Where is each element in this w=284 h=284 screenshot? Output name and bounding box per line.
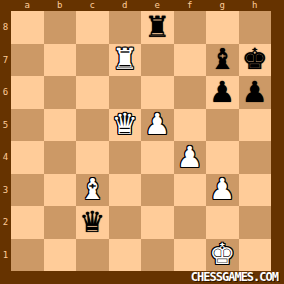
square-f7 (174, 44, 207, 77)
rank-label-5: 5 (0, 109, 11, 142)
square-b7 (44, 44, 77, 77)
rank-label-8: 8 (0, 11, 11, 44)
square-g6: ♟ (206, 76, 239, 109)
piece-white-pawn-g3: ♟ (209, 175, 235, 204)
square-c8 (76, 11, 109, 44)
rank-labels: 87654321 (0, 11, 11, 271)
square-g8 (206, 11, 239, 44)
square-c1 (76, 239, 109, 272)
square-e8: ♜ (141, 11, 174, 44)
square-f3 (174, 174, 207, 207)
rank-label-1: 1 (0, 239, 11, 272)
square-d6 (109, 76, 142, 109)
square-g7: ♝ (206, 44, 239, 77)
square-d4 (109, 141, 142, 174)
square-e5: ♟ (141, 109, 174, 142)
square-f8 (174, 11, 207, 44)
piece-black-queen-c2: ♛ (79, 208, 105, 237)
rank-label-3: 3 (0, 174, 11, 207)
file-label-b: b (44, 0, 77, 11)
rank-label-7: 7 (0, 44, 11, 77)
file-labels: abcdefgh (11, 0, 271, 11)
piece-black-rook-e8: ♜ (144, 13, 170, 42)
site-credit-label: CHESSGAMES.COM (191, 271, 278, 284)
square-a8 (11, 11, 44, 44)
file-label-g: g (206, 0, 239, 11)
piece-white-king-g1: ♚ (209, 240, 235, 269)
square-b2 (44, 206, 77, 239)
square-e4 (141, 141, 174, 174)
square-b8 (44, 11, 77, 44)
square-d3 (109, 174, 142, 207)
square-g3: ♟ (206, 174, 239, 207)
square-g5 (206, 109, 239, 142)
square-d2 (109, 206, 142, 239)
piece-white-rook-d7: ♜ (112, 45, 138, 74)
rank-label-2: 2 (0, 206, 11, 239)
square-c6 (76, 76, 109, 109)
square-b3 (44, 174, 77, 207)
square-e1 (141, 239, 174, 272)
square-g1: ♚ (206, 239, 239, 272)
piece-black-king-h7: ♚ (242, 45, 268, 74)
chess-diagram: abcdefgh 87654321 ♜♜♝♚♟♟♛♟♟♝♟♛♚ CHESSGAM… (0, 0, 284, 284)
file-label-c: c (76, 0, 109, 11)
square-a2 (11, 206, 44, 239)
piece-black-pawn-g6: ♟ (209, 78, 235, 107)
square-h3 (239, 174, 272, 207)
square-f4: ♟ (174, 141, 207, 174)
square-e7 (141, 44, 174, 77)
square-a7 (11, 44, 44, 77)
square-f2 (174, 206, 207, 239)
square-c5 (76, 109, 109, 142)
piece-white-queen-d5: ♛ (112, 110, 138, 139)
square-b1 (44, 239, 77, 272)
square-h5 (239, 109, 272, 142)
square-g2 (206, 206, 239, 239)
square-a4 (11, 141, 44, 174)
piece-black-bishop-g7: ♝ (209, 45, 235, 74)
square-c3: ♝ (76, 174, 109, 207)
square-h8 (239, 11, 272, 44)
square-b6 (44, 76, 77, 109)
rank-label-6: 6 (0, 76, 11, 109)
square-e2 (141, 206, 174, 239)
piece-black-pawn-h6: ♟ (242, 78, 268, 107)
rank-label-4: 4 (0, 141, 11, 174)
piece-white-bishop-c3: ♝ (79, 175, 105, 204)
file-label-f: f (174, 0, 207, 11)
square-h1 (239, 239, 272, 272)
square-f6 (174, 76, 207, 109)
file-label-h: h (239, 0, 272, 11)
file-label-d: d (109, 0, 142, 11)
square-c7 (76, 44, 109, 77)
square-d5: ♛ (109, 109, 142, 142)
square-f5 (174, 109, 207, 142)
square-b5 (44, 109, 77, 142)
square-f1 (174, 239, 207, 272)
square-e3 (141, 174, 174, 207)
chess-board: ♜♜♝♚♟♟♛♟♟♝♟♛♚ (11, 11, 271, 271)
square-h7: ♚ (239, 44, 272, 77)
square-c4 (76, 141, 109, 174)
square-d1 (109, 239, 142, 272)
square-d8 (109, 11, 142, 44)
square-h4 (239, 141, 272, 174)
square-a6 (11, 76, 44, 109)
square-c2: ♛ (76, 206, 109, 239)
file-label-a: a (11, 0, 44, 11)
square-h2 (239, 206, 272, 239)
square-g4 (206, 141, 239, 174)
square-b4 (44, 141, 77, 174)
square-a3 (11, 174, 44, 207)
square-a5 (11, 109, 44, 142)
square-h6: ♟ (239, 76, 272, 109)
square-a1 (11, 239, 44, 272)
piece-white-pawn-f4: ♟ (177, 143, 203, 172)
square-d7: ♜ (109, 44, 142, 77)
piece-white-pawn-e5: ♟ (144, 110, 170, 139)
square-e6 (141, 76, 174, 109)
